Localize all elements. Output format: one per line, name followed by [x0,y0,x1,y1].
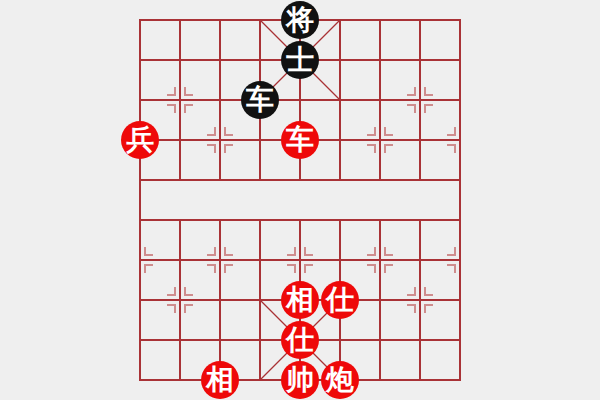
red-chariot-f5r4[interactable]: 车 [281,121,319,159]
red-soldier-f1r4[interactable]: 兵 [121,121,159,159]
xiangqi-page: 将士车兵车相仕仕相帅炮 [0,0,600,400]
black-general-f5r1[interactable]: 将 [281,1,319,39]
red-elephant-f5r8[interactable]: 相 [281,281,319,319]
red-king-f5r10[interactable]: 帅 [281,361,319,399]
red-advisor-f6r8[interactable]: 仕 [321,281,359,319]
xiangqi-board[interactable]: 将士车兵车相仕仕相帅炮 [140,20,460,380]
pieces-layer: 将士车兵车相仕仕相帅炮 [140,20,460,380]
red-elephant-f3r10[interactable]: 相 [201,361,239,399]
red-advisor-f5r9[interactable]: 仕 [281,321,319,359]
red-cannon-f6r10[interactable]: 炮 [321,361,359,399]
black-advisor-f5r2[interactable]: 士 [281,41,319,79]
black-chariot-f4r3[interactable]: 车 [241,81,279,119]
